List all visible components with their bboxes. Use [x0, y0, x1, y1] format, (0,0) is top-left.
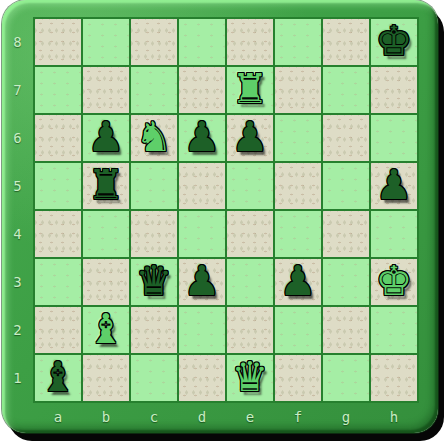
square-c1[interactable]: [131, 355, 177, 401]
square-b5[interactable]: ♜: [83, 163, 129, 209]
square-h8[interactable]: ♚: [371, 19, 417, 65]
piece-black-queen[interactable]: ♛: [136, 258, 173, 304]
square-d3[interactable]: ♟: [179, 259, 225, 305]
square-h4[interactable]: [371, 211, 417, 257]
square-c4[interactable]: [131, 211, 177, 257]
square-f3[interactable]: ♟: [275, 259, 321, 305]
square-h5[interactable]: ♟: [371, 163, 417, 209]
piece-black-pawn[interactable]: ♟: [184, 258, 221, 304]
square-c6[interactable]: ♞: [131, 115, 177, 161]
square-h6[interactable]: [371, 115, 417, 161]
square-e1[interactable]: ♛: [227, 355, 273, 401]
piece-black-pawn[interactable]: ♟: [376, 162, 413, 208]
board-frame: ♚♜♟♞♟♟♜♟♛♟♟♚♝♝♛ 87654321abcdefgh: [2, 0, 438, 433]
square-g6[interactable]: [323, 115, 369, 161]
file-label-e: e: [227, 409, 273, 429]
piece-black-bishop[interactable]: ♝: [40, 354, 77, 400]
piece-black-pawn[interactable]: ♟: [232, 114, 269, 160]
square-g7[interactable]: [323, 67, 369, 113]
file-label-d: d: [179, 409, 225, 429]
square-f6[interactable]: [275, 115, 321, 161]
square-e8[interactable]: [227, 19, 273, 65]
square-e6[interactable]: ♟: [227, 115, 273, 161]
square-f4[interactable]: [275, 211, 321, 257]
rank-label-6: 6: [2, 130, 33, 146]
piece-black-king[interactable]: ♚: [376, 18, 413, 64]
square-a5[interactable]: [35, 163, 81, 209]
rank-label-1: 1: [2, 370, 33, 386]
square-a3[interactable]: [35, 259, 81, 305]
square-d2[interactable]: [179, 307, 225, 353]
file-label-f: f: [275, 409, 321, 429]
rank-label-2: 2: [2, 322, 33, 338]
square-a1[interactable]: ♝: [35, 355, 81, 401]
chess-board: ♚♜♟♞♟♟♜♟♛♟♟♚♝♝♛: [33, 17, 419, 403]
rank-label-3: 3: [2, 274, 33, 290]
square-d6[interactable]: ♟: [179, 115, 225, 161]
piece-black-pawn[interactable]: ♟: [280, 258, 317, 304]
piece-white-king[interactable]: ♚: [376, 258, 413, 304]
square-a2[interactable]: [35, 307, 81, 353]
square-b4[interactable]: [83, 211, 129, 257]
square-d7[interactable]: [179, 67, 225, 113]
square-g4[interactable]: [323, 211, 369, 257]
square-c2[interactable]: [131, 307, 177, 353]
rank-label-4: 4: [2, 226, 33, 242]
square-e7[interactable]: ♜: [227, 67, 273, 113]
square-d1[interactable]: [179, 355, 225, 401]
square-h7[interactable]: [371, 67, 417, 113]
piece-black-pawn[interactable]: ♟: [88, 114, 125, 160]
piece-white-queen[interactable]: ♛: [232, 354, 269, 400]
square-f1[interactable]: [275, 355, 321, 401]
square-b6[interactable]: ♟: [83, 115, 129, 161]
rank-label-7: 7: [2, 82, 33, 98]
square-f7[interactable]: [275, 67, 321, 113]
square-g5[interactable]: [323, 163, 369, 209]
rank-label-5: 5: [2, 178, 33, 194]
piece-white-rook[interactable]: ♜: [232, 66, 269, 112]
square-g2[interactable]: [323, 307, 369, 353]
square-h1[interactable]: [371, 355, 417, 401]
square-b2[interactable]: ♝: [83, 307, 129, 353]
file-label-g: g: [323, 409, 369, 429]
square-h3[interactable]: ♚: [371, 259, 417, 305]
square-c5[interactable]: [131, 163, 177, 209]
square-f2[interactable]: [275, 307, 321, 353]
square-f8[interactable]: [275, 19, 321, 65]
square-a4[interactable]: [35, 211, 81, 257]
square-c7[interactable]: [131, 67, 177, 113]
square-a7[interactable]: [35, 67, 81, 113]
piece-black-pawn[interactable]: ♟: [184, 114, 221, 160]
square-b3[interactable]: [83, 259, 129, 305]
file-label-b: b: [83, 409, 129, 429]
square-g8[interactable]: [323, 19, 369, 65]
square-a8[interactable]: [35, 19, 81, 65]
file-label-h: h: [371, 409, 417, 429]
square-f5[interactable]: [275, 163, 321, 209]
square-g3[interactable]: [323, 259, 369, 305]
square-h2[interactable]: [371, 307, 417, 353]
piece-white-bishop[interactable]: ♝: [88, 306, 125, 352]
square-c3[interactable]: ♛: [131, 259, 177, 305]
square-e5[interactable]: [227, 163, 273, 209]
piece-white-knight[interactable]: ♞: [136, 114, 173, 160]
rank-label-8: 8: [2, 34, 33, 50]
square-c8[interactable]: [131, 19, 177, 65]
square-a6[interactable]: [35, 115, 81, 161]
square-b1[interactable]: [83, 355, 129, 401]
square-e2[interactable]: [227, 307, 273, 353]
square-g1[interactable]: [323, 355, 369, 401]
piece-black-rook[interactable]: ♜: [88, 162, 125, 208]
square-d8[interactable]: [179, 19, 225, 65]
file-label-c: c: [131, 409, 177, 429]
square-b7[interactable]: [83, 67, 129, 113]
file-label-a: a: [35, 409, 81, 429]
square-b8[interactable]: [83, 19, 129, 65]
square-e3[interactable]: [227, 259, 273, 305]
square-d5[interactable]: [179, 163, 225, 209]
square-d4[interactable]: [179, 211, 225, 257]
chess-app: ♚♜♟♞♟♟♜♟♛♟♟♚♝♝♛ 87654321abcdefgh: [0, 0, 444, 442]
square-e4[interactable]: [227, 211, 273, 257]
